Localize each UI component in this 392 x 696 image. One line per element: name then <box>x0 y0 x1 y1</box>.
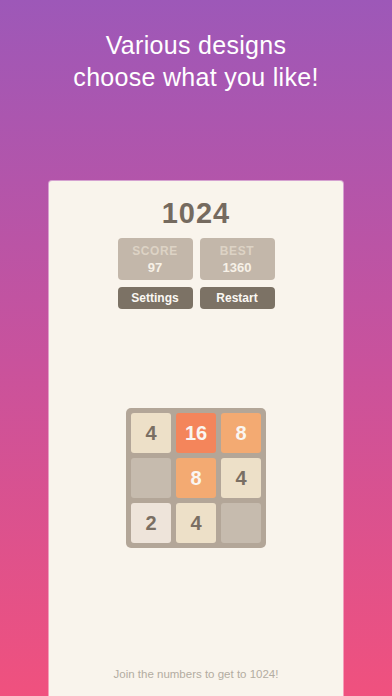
empty-cell <box>221 503 261 543</box>
tile-4: 4 <box>221 458 261 498</box>
game-screen-card: 1024 SCORE 97 BEST 1360 Settings Restart… <box>49 181 343 696</box>
score-row: SCORE 97 BEST 1360 <box>49 238 343 280</box>
game-title: 1024 <box>49 196 343 230</box>
best-value: 1360 <box>223 260 252 275</box>
empty-cell <box>131 458 171 498</box>
promo-headline: Various designs choose what you like! <box>0 29 392 93</box>
game-board[interactable]: 41688424 <box>126 408 266 548</box>
restart-button[interactable]: Restart <box>200 287 275 309</box>
tile-8: 8 <box>176 458 216 498</box>
promo-headline-line2: choose what you like! <box>0 61 392 93</box>
board-grid[interactable]: 41688424 <box>131 413 261 543</box>
tile-16: 16 <box>176 413 216 453</box>
settings-button[interactable]: Settings <box>118 287 193 309</box>
tile-2: 2 <box>131 503 171 543</box>
score-box: SCORE 97 <box>118 238 193 280</box>
instructions-caption: Join the numbers to get to 1024! <box>49 668 343 680</box>
best-label: BEST <box>220 244 254 258</box>
button-row: Settings Restart <box>49 287 343 309</box>
score-label: SCORE <box>132 244 178 258</box>
score-value: 97 <box>148 260 162 275</box>
tile-8: 8 <box>221 413 261 453</box>
promo-headline-line1: Various designs <box>0 29 392 61</box>
tile-4: 4 <box>131 413 171 453</box>
best-box: BEST 1360 <box>200 238 275 280</box>
tile-4: 4 <box>176 503 216 543</box>
